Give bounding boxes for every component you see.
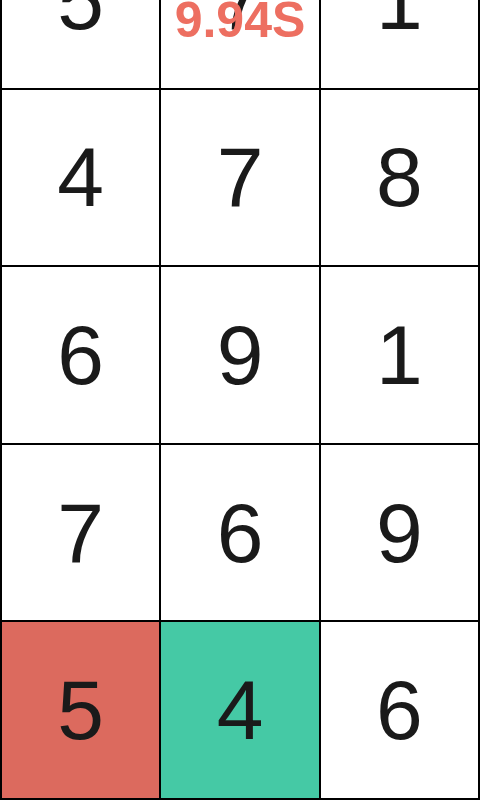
game-screen: 9.94S 5 7 1 4 7 8 6 9 1 7 6 9 5 4 6 — [0, 0, 480, 800]
number-grid: 5 7 1 4 7 8 6 9 1 7 6 9 5 4 6 — [0, 0, 480, 800]
grid-cell-r1c1[interactable]: 7 — [161, 90, 318, 266]
grid-cell-r0c2[interactable]: 1 — [321, 0, 478, 88]
grid-cell-r2c0[interactable]: 6 — [2, 267, 159, 443]
countdown-timer: 9.94S — [175, 0, 306, 45]
grid-cell-r3c1[interactable]: 6 — [161, 445, 318, 621]
grid-cell-r1c2[interactable]: 8 — [321, 90, 478, 266]
grid-cell-r3c2[interactable]: 9 — [321, 445, 478, 621]
grid-cell-r4c2[interactable]: 6 — [321, 622, 478, 798]
grid-cell-r2c1[interactable]: 9 — [161, 267, 318, 443]
grid-cell-r4c1[interactable]: 4 — [161, 622, 318, 798]
grid-cell-r0c0[interactable]: 5 — [2, 0, 159, 88]
grid-cell-r4c0[interactable]: 5 — [2, 622, 159, 798]
grid-cell-r1c0[interactable]: 4 — [2, 90, 159, 266]
grid-cell-r2c2[interactable]: 1 — [321, 267, 478, 443]
grid-cell-r3c0[interactable]: 7 — [2, 445, 159, 621]
